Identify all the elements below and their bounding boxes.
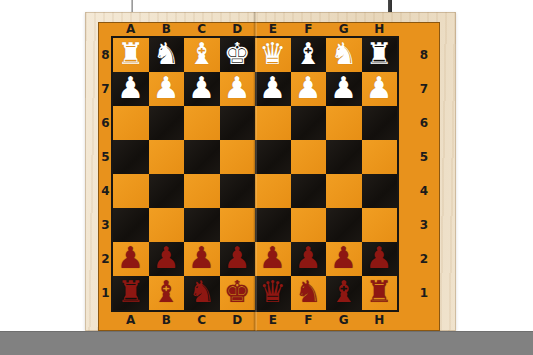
square-f6[interactable] xyxy=(291,106,327,140)
rank-label-1: 1 xyxy=(412,276,436,310)
file-label-e: E xyxy=(255,23,291,36)
red-pawn: ♟ xyxy=(188,243,215,273)
square-g5[interactable] xyxy=(326,140,362,174)
red-rook: ♜ xyxy=(117,277,144,307)
file-label-e: E xyxy=(255,312,291,328)
red-knight: ♞ xyxy=(188,277,215,307)
square-f1[interactable]: ♞ xyxy=(291,276,327,310)
square-h5[interactable] xyxy=(362,140,398,174)
white-king: ♚ xyxy=(224,39,251,69)
square-d6[interactable] xyxy=(220,106,256,140)
square-d1[interactable]: ♚ xyxy=(220,276,256,310)
red-king: ♚ xyxy=(224,277,251,307)
white-rook: ♜ xyxy=(366,39,393,69)
square-a1[interactable]: ♜ xyxy=(113,276,149,310)
rank-label-5: 5 xyxy=(412,140,436,174)
square-a7[interactable]: ♟ xyxy=(113,72,149,106)
red-knight: ♞ xyxy=(295,277,322,307)
square-g2[interactable]: ♟ xyxy=(326,242,362,276)
rank-label-3: 3 xyxy=(412,208,436,242)
red-rook: ♜ xyxy=(366,277,393,307)
square-g6[interactable] xyxy=(326,106,362,140)
square-h7[interactable]: ♟ xyxy=(362,72,398,106)
white-pawn: ♟ xyxy=(259,73,286,103)
square-c4[interactable] xyxy=(184,174,220,208)
file-label-c: C xyxy=(184,312,220,328)
square-f4[interactable] xyxy=(291,174,327,208)
square-h4[interactable] xyxy=(362,174,398,208)
white-pawn: ♟ xyxy=(224,73,251,103)
red-pawn: ♟ xyxy=(330,243,357,273)
square-e5[interactable] xyxy=(255,140,291,174)
table-edge xyxy=(0,331,533,355)
white-bishop: ♝ xyxy=(188,39,215,69)
square-b5[interactable] xyxy=(149,140,185,174)
file-label-d: D xyxy=(220,312,256,328)
square-e2[interactable]: ♟ xyxy=(255,242,291,276)
white-rook: ♜ xyxy=(117,39,144,69)
square-g1[interactable]: ♝ xyxy=(326,276,362,310)
rank-labels-right: 87654321 xyxy=(412,38,436,310)
white-pawn: ♟ xyxy=(188,73,215,103)
square-b4[interactable] xyxy=(149,174,185,208)
white-knight: ♞ xyxy=(330,39,357,69)
square-c6[interactable] xyxy=(184,106,220,140)
white-pawn: ♟ xyxy=(295,73,322,103)
rank-label-2: 2 xyxy=(412,242,436,276)
square-d3[interactable] xyxy=(220,208,256,242)
file-label-g: G xyxy=(326,23,362,36)
square-h6[interactable] xyxy=(362,106,398,140)
red-pawn: ♟ xyxy=(259,243,286,273)
square-e7[interactable]: ♟ xyxy=(255,72,291,106)
red-bishop: ♝ xyxy=(330,277,357,307)
file-label-f: F xyxy=(291,312,327,328)
square-b3[interactable] xyxy=(149,208,185,242)
square-e8[interactable]: ♛ xyxy=(255,38,291,72)
square-h3[interactable] xyxy=(362,208,398,242)
square-g4[interactable] xyxy=(326,174,362,208)
rank-label-6: 6 xyxy=(412,106,436,140)
white-knight: ♞ xyxy=(153,39,180,69)
square-a4[interactable] xyxy=(113,174,149,208)
square-a6[interactable] xyxy=(113,106,149,140)
file-label-b: B xyxy=(149,312,185,328)
square-a8[interactable]: ♜ xyxy=(113,38,149,72)
file-label-h: H xyxy=(362,23,398,36)
square-d5[interactable] xyxy=(220,140,256,174)
white-pawn: ♟ xyxy=(330,73,357,103)
square-h1[interactable]: ♜ xyxy=(362,276,398,310)
square-e6[interactable] xyxy=(255,106,291,140)
rank-label-8: 8 xyxy=(412,38,436,72)
file-label-b: B xyxy=(149,23,185,36)
red-pawn: ♟ xyxy=(366,243,393,273)
square-b1[interactable]: ♝ xyxy=(149,276,185,310)
square-a2[interactable]: ♟ xyxy=(113,242,149,276)
file-label-g: G xyxy=(326,312,362,328)
red-pawn: ♟ xyxy=(224,243,251,273)
file-label-c: C xyxy=(184,23,220,36)
square-h2[interactable]: ♟ xyxy=(362,242,398,276)
square-d8[interactable]: ♚ xyxy=(220,38,256,72)
white-pawn: ♟ xyxy=(153,73,180,103)
red-pawn: ♟ xyxy=(117,243,144,273)
square-f3[interactable] xyxy=(291,208,327,242)
file-label-a: A xyxy=(113,312,149,328)
square-c5[interactable] xyxy=(184,140,220,174)
square-f8[interactable]: ♝ xyxy=(291,38,327,72)
white-pawn: ♟ xyxy=(117,73,144,103)
square-f2[interactable]: ♟ xyxy=(291,242,327,276)
square-c2[interactable]: ♟ xyxy=(184,242,220,276)
red-bishop: ♝ xyxy=(153,277,180,307)
square-a3[interactable] xyxy=(113,208,149,242)
rank-label-4: 4 xyxy=(412,174,436,208)
rank-label-7: 7 xyxy=(412,72,436,106)
white-queen: ♛ xyxy=(259,39,286,69)
square-f5[interactable] xyxy=(291,140,327,174)
square-f7[interactable]: ♟ xyxy=(291,72,327,106)
square-c8[interactable]: ♝ xyxy=(184,38,220,72)
red-queen: ♛ xyxy=(259,277,286,307)
square-b7[interactable]: ♟ xyxy=(149,72,185,106)
red-pawn: ♟ xyxy=(153,243,180,273)
square-e4[interactable] xyxy=(255,174,291,208)
scene: ABCDEFGH ABCDEFGH 87654321 87654321 ♜♞♝♚… xyxy=(0,0,533,355)
red-pawn: ♟ xyxy=(295,243,322,273)
square-h8[interactable]: ♜ xyxy=(362,38,398,72)
fold-seam xyxy=(253,12,257,331)
square-c7[interactable]: ♟ xyxy=(184,72,220,106)
square-b8[interactable]: ♞ xyxy=(149,38,185,72)
square-d2[interactable]: ♟ xyxy=(220,242,256,276)
square-b6[interactable] xyxy=(149,106,185,140)
white-bishop: ♝ xyxy=(295,39,322,69)
square-c1[interactable]: ♞ xyxy=(184,276,220,310)
square-b2[interactable]: ♟ xyxy=(149,242,185,276)
square-g8[interactable]: ♞ xyxy=(326,38,362,72)
square-e3[interactable] xyxy=(255,208,291,242)
square-g7[interactable]: ♟ xyxy=(326,72,362,106)
square-d7[interactable]: ♟ xyxy=(220,72,256,106)
square-e1[interactable]: ♛ xyxy=(255,276,291,310)
square-d4[interactable] xyxy=(220,174,256,208)
file-label-f: F xyxy=(291,23,327,36)
square-a5[interactable] xyxy=(113,140,149,174)
square-g3[interactable] xyxy=(326,208,362,242)
white-pawn: ♟ xyxy=(366,73,393,103)
file-label-d: D xyxy=(220,23,256,36)
file-label-a: A xyxy=(113,23,149,36)
square-c3[interactable] xyxy=(184,208,220,242)
file-label-h: H xyxy=(362,312,398,328)
